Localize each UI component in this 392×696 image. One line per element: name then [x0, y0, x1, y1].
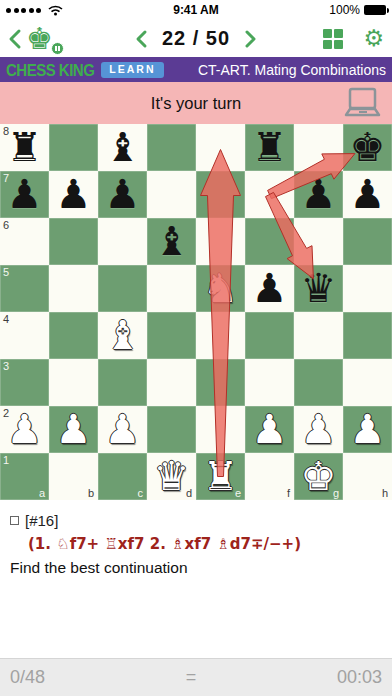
brand-bar: CHESS KING LEARN CT-ART. Mating Combinat… [0, 57, 392, 82]
status-bar: 9:41 AM 100% [0, 0, 392, 20]
previous-puzzle-button[interactable] [135, 29, 148, 49]
square-f3[interactable] [245, 359, 294, 406]
puzzle-counter: 22 / 50 [162, 27, 230, 50]
square-g5[interactable]: ♛ [294, 265, 343, 312]
square-b2[interactable]: ♟ [49, 406, 98, 453]
square-g4[interactable] [294, 312, 343, 359]
chess-board: 8♜♝♜♚7♟♟♟♟♟6♝5♞♟♛4♝32♟♟♟♟♟♟1abcd♛e♜fg♚h [0, 124, 392, 500]
square-f7[interactable] [245, 171, 294, 218]
chessking-wordmark: CHESS KING [6, 60, 94, 80]
file-label-d: d [186, 487, 192, 499]
square-d5[interactable] [147, 265, 196, 312]
square-f1[interactable]: f [245, 453, 294, 500]
elapsed-time: 00:03 [337, 667, 382, 688]
square-c5[interactable] [98, 265, 147, 312]
white-bishop-c4[interactable]: ♝ [98, 312, 147, 359]
square-f8[interactable]: ♜ [245, 124, 294, 171]
white-pawn-g2[interactable]: ♟ [294, 406, 343, 453]
square-h3[interactable] [343, 359, 392, 406]
black-bishop-d6[interactable]: ♝ [147, 218, 196, 265]
puzzle-id: [#16] [25, 512, 58, 529]
square-d7[interactable] [147, 171, 196, 218]
black-queen-g5[interactable]: ♛ [294, 265, 343, 312]
stats-bar: 0/48 = 00:03 [0, 658, 392, 696]
black-rook-f8[interactable]: ♜ [245, 124, 294, 171]
score-counter: 0/48 [10, 667, 45, 688]
square-h8[interactable]: ♚ [343, 124, 392, 171]
rank-label-7: 7 [3, 172, 9, 184]
square-a1[interactable]: 1a [0, 453, 49, 500]
settings-button[interactable]: ⚙ [363, 27, 384, 50]
file-label-h: h [382, 487, 388, 499]
battery-icon [364, 5, 386, 15]
rank-label-3: 3 [3, 360, 9, 372]
next-puzzle-button[interactable] [244, 29, 257, 49]
square-h6[interactable] [343, 218, 392, 265]
black-pawn-h7[interactable]: ♟ [343, 171, 392, 218]
solution-line: (1. ♘f7+ ♖xf7 2. ♗xf7 ♗d7∓/−+) [28, 535, 382, 553]
square-a4[interactable]: 4 [0, 312, 49, 359]
checkbox-icon[interactable] [10, 516, 19, 525]
square-b1[interactable]: b [49, 453, 98, 500]
square-e7[interactable] [196, 171, 245, 218]
puzzle-info: [#16] (1. ♘f7+ ♖xf7 2. ♗xf7 ♗d7∓/−+) Fin… [0, 500, 392, 658]
square-g2[interactable]: ♟ [294, 406, 343, 453]
square-g6[interactable] [294, 218, 343, 265]
square-f4[interactable] [245, 312, 294, 359]
square-e1[interactable]: e♜ [196, 453, 245, 500]
file-label-f: f [287, 487, 290, 499]
square-c3[interactable] [98, 359, 147, 406]
black-pawn-b7[interactable]: ♟ [49, 171, 98, 218]
square-c6[interactable] [98, 218, 147, 265]
black-pawn-g7[interactable]: ♟ [294, 171, 343, 218]
course-title: CT-ART. Mating Combinations [198, 62, 386, 78]
square-e5[interactable]: ♞ [196, 265, 245, 312]
black-pawn-c7[interactable]: ♟ [98, 171, 147, 218]
square-a7[interactable]: 7♟ [0, 171, 49, 218]
black-bishop-c8[interactable]: ♝ [98, 124, 147, 171]
square-h7[interactable]: ♟ [343, 171, 392, 218]
square-b3[interactable] [49, 359, 98, 406]
turn-text: It's your turn [151, 94, 241, 113]
square-d1[interactable]: d♛ [147, 453, 196, 500]
square-e8[interactable] [196, 124, 245, 171]
square-f6[interactable] [245, 218, 294, 265]
file-label-b: b [88, 487, 94, 499]
square-h4[interactable] [343, 312, 392, 359]
computer-icon[interactable] [342, 87, 382, 119]
square-b5[interactable] [49, 265, 98, 312]
square-d2[interactable] [147, 406, 196, 453]
rank-label-4: 4 [3, 313, 9, 325]
square-d8[interactable] [147, 124, 196, 171]
rank-label-8: 8 [3, 125, 9, 137]
file-label-g: g [333, 487, 339, 499]
square-g3[interactable] [294, 359, 343, 406]
square-c1[interactable]: c [98, 453, 147, 500]
white-pawn-f2[interactable]: ♟ [245, 406, 294, 453]
square-h5[interactable] [343, 265, 392, 312]
square-h2[interactable]: ♟ [343, 406, 392, 453]
file-label-e: e [235, 487, 241, 499]
square-b6[interactable] [49, 218, 98, 265]
white-knight-e5[interactable]: ♞ [196, 265, 245, 312]
file-label-c: c [138, 487, 144, 499]
square-g8[interactable] [294, 124, 343, 171]
white-pawn-b2[interactable]: ♟ [49, 406, 98, 453]
rank-label-6: 6 [3, 219, 9, 231]
eval-symbol: = [186, 667, 197, 688]
square-a2[interactable]: 2♟ [0, 406, 49, 453]
square-e6[interactable] [196, 218, 245, 265]
task-prompt: Find the best continuation [10, 559, 382, 577]
square-a6[interactable]: 6 [0, 218, 49, 265]
file-label-a: a [39, 487, 45, 499]
square-a8[interactable]: 8♜ [0, 124, 49, 171]
rank-label-1: 1 [3, 454, 9, 466]
square-a3[interactable]: 3 [0, 359, 49, 406]
square-a5[interactable]: 5 [0, 265, 49, 312]
square-d6[interactable]: ♝ [147, 218, 196, 265]
battery-percent: 100% [329, 3, 360, 17]
turn-banner: It's your turn [0, 82, 392, 124]
navigation-bar: ♚ 22 / 50 ⚙ [0, 20, 392, 57]
square-d3[interactable] [147, 359, 196, 406]
square-c7[interactable]: ♟ [98, 171, 147, 218]
rank-label-5: 5 [3, 266, 9, 278]
black-king-h8[interactable]: ♚ [343, 124, 392, 171]
square-h1[interactable]: h [343, 453, 392, 500]
square-g7[interactable]: ♟ [294, 171, 343, 218]
square-e4[interactable] [196, 312, 245, 359]
square-c4[interactable]: ♝ [98, 312, 147, 359]
square-g1[interactable]: g♚ [294, 453, 343, 500]
square-c8[interactable]: ♝ [98, 124, 147, 171]
white-pawn-c2[interactable]: ♟ [98, 406, 147, 453]
square-b7[interactable]: ♟ [49, 171, 98, 218]
square-b8[interactable] [49, 124, 98, 171]
black-pawn-f5[interactable]: ♟ [245, 265, 294, 312]
white-pawn-h2[interactable]: ♟ [343, 406, 392, 453]
square-c2[interactable]: ♟ [98, 406, 147, 453]
square-f2[interactable]: ♟ [245, 406, 294, 453]
square-f5[interactable]: ♟ [245, 265, 294, 312]
puzzle-list-button[interactable] [323, 29, 343, 49]
learn-badge[interactable]: LEARN [101, 62, 163, 78]
square-b4[interactable] [49, 312, 98, 359]
rank-label-2: 2 [3, 407, 9, 419]
square-e2[interactable] [196, 406, 245, 453]
square-e3[interactable] [196, 359, 245, 406]
square-d4[interactable] [147, 312, 196, 359]
